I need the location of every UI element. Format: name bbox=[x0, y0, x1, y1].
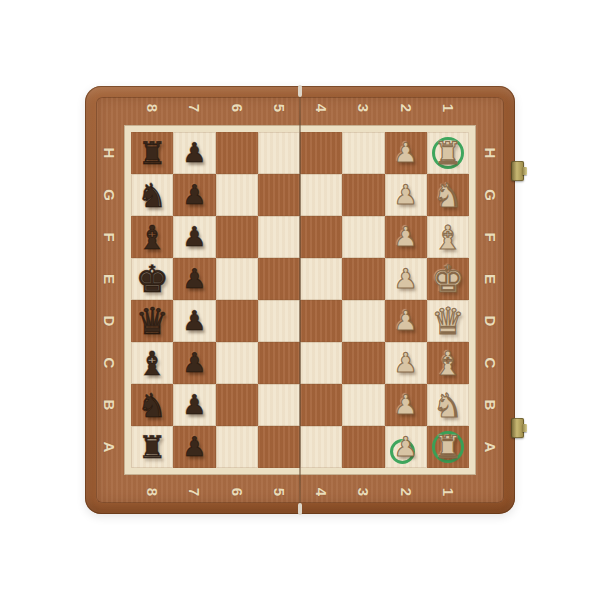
right-label-H: H bbox=[482, 148, 499, 159]
dark-pawn-c7[interactable]: ♟ bbox=[182, 350, 206, 377]
dark-queen-d8[interactable]: ♛ bbox=[136, 303, 169, 340]
square-d8[interactable]: ♛ bbox=[131, 300, 173, 342]
square-h7[interactable]: ♟ bbox=[173, 132, 215, 174]
bottom-label-7: 7 bbox=[186, 488, 203, 496]
bottom-label-6: 6 bbox=[228, 488, 245, 496]
square-e2[interactable]: ♟ bbox=[385, 258, 427, 300]
left-label-B: B bbox=[101, 400, 118, 411]
left-label-E: E bbox=[101, 274, 118, 284]
top-label-8: 8 bbox=[144, 104, 161, 112]
light-knight-b1[interactable]: ♞ bbox=[433, 389, 463, 422]
square-g3[interactable] bbox=[342, 174, 384, 216]
square-b1[interactable]: ♞ bbox=[427, 384, 469, 426]
square-g5[interactable] bbox=[258, 174, 300, 216]
left-label-H: H bbox=[101, 148, 118, 159]
square-a7[interactable]: ♟ bbox=[173, 426, 215, 468]
light-pawn-f2[interactable]: ♟ bbox=[394, 224, 418, 251]
square-g7[interactable]: ♟ bbox=[173, 174, 215, 216]
square-c7[interactable]: ♟ bbox=[173, 342, 215, 384]
light-pawn-c2[interactable]: ♟ bbox=[394, 350, 418, 377]
dark-king-e8[interactable]: ♚ bbox=[136, 261, 169, 298]
square-h5[interactable] bbox=[258, 132, 300, 174]
right-label-C: C bbox=[482, 358, 499, 369]
square-e5[interactable] bbox=[258, 258, 300, 300]
square-f5[interactable] bbox=[258, 216, 300, 258]
brass-clasp-top bbox=[511, 161, 524, 181]
square-c1[interactable]: ♝ bbox=[427, 342, 469, 384]
dark-pawn-f7[interactable]: ♟ bbox=[182, 224, 206, 251]
dark-pawn-e7[interactable]: ♟ bbox=[182, 266, 206, 293]
dark-rook-a8[interactable]: ♜ bbox=[138, 432, 166, 463]
top-label-5: 5 bbox=[270, 104, 287, 112]
photo-stage: ♜♟♟♜♞♟♟♞♝♟♟♝♚♟♟♚♛♟♟♛♝♟♟♝♞♟♟♞♜♟♟♜ 88HH77G… bbox=[0, 0, 600, 600]
light-pawn-a2[interactable]: ♟ bbox=[394, 434, 418, 461]
square-a1[interactable]: ♜ bbox=[427, 426, 469, 468]
square-a5[interactable] bbox=[258, 426, 300, 468]
square-g6[interactable] bbox=[216, 174, 258, 216]
square-h8[interactable]: ♜ bbox=[131, 132, 173, 174]
square-f3[interactable] bbox=[342, 216, 384, 258]
square-b2[interactable]: ♟ bbox=[385, 384, 427, 426]
square-e6[interactable] bbox=[216, 258, 258, 300]
square-h3[interactable] bbox=[342, 132, 384, 174]
square-b6[interactable] bbox=[216, 384, 258, 426]
top-label-6: 6 bbox=[228, 104, 245, 112]
dark-knight-b8[interactable]: ♞ bbox=[137, 389, 167, 422]
square-g4[interactable] bbox=[300, 174, 342, 216]
bottom-label-8: 8 bbox=[144, 488, 161, 496]
top-label-7: 7 bbox=[186, 104, 203, 112]
square-c8[interactable]: ♝ bbox=[131, 342, 173, 384]
square-g2[interactable]: ♟ bbox=[385, 174, 427, 216]
dark-bishop-f8[interactable]: ♝ bbox=[137, 221, 167, 254]
bottom-label-5: 5 bbox=[270, 488, 287, 496]
square-e8[interactable]: ♚ bbox=[131, 258, 173, 300]
square-h1[interactable]: ♜ bbox=[427, 132, 469, 174]
clasp-pin-icon bbox=[522, 424, 527, 432]
square-f7[interactable]: ♟ bbox=[173, 216, 215, 258]
square-a8[interactable]: ♜ bbox=[131, 426, 173, 468]
top-label-1: 1 bbox=[439, 104, 456, 112]
top-label-4: 4 bbox=[313, 104, 330, 112]
light-king-e1[interactable]: ♚ bbox=[431, 261, 464, 298]
square-e4[interactable] bbox=[300, 258, 342, 300]
square-d3[interactable] bbox=[342, 300, 384, 342]
square-b7[interactable]: ♟ bbox=[173, 384, 215, 426]
square-b8[interactable]: ♞ bbox=[131, 384, 173, 426]
square-e7[interactable]: ♟ bbox=[173, 258, 215, 300]
square-a2[interactable]: ♟ bbox=[385, 426, 427, 468]
square-c6[interactable] bbox=[216, 342, 258, 384]
dark-rook-h8[interactable]: ♜ bbox=[138, 138, 166, 169]
dark-knight-g8[interactable]: ♞ bbox=[137, 179, 167, 212]
bottom-label-1: 1 bbox=[439, 488, 456, 496]
bottom-label-3: 3 bbox=[355, 488, 372, 496]
square-c3[interactable] bbox=[342, 342, 384, 384]
brass-clasp-bottom bbox=[511, 418, 524, 438]
square-h4[interactable] bbox=[300, 132, 342, 174]
hinge-notch-bottom bbox=[298, 503, 302, 515]
square-h6[interactable] bbox=[216, 132, 258, 174]
bottom-label-4: 4 bbox=[313, 488, 330, 496]
square-g8[interactable]: ♞ bbox=[131, 174, 173, 216]
square-b3[interactable] bbox=[342, 384, 384, 426]
square-d7[interactable]: ♟ bbox=[173, 300, 215, 342]
dark-pawn-g7[interactable]: ♟ bbox=[182, 182, 206, 209]
light-pawn-d2[interactable]: ♟ bbox=[394, 308, 418, 335]
right-label-B: B bbox=[482, 400, 499, 411]
square-f4[interactable] bbox=[300, 216, 342, 258]
dark-pawn-a7[interactable]: ♟ bbox=[182, 434, 206, 461]
light-pawn-e2[interactable]: ♟ bbox=[394, 266, 418, 293]
left-label-A: A bbox=[101, 442, 118, 453]
left-label-G: G bbox=[101, 189, 118, 201]
square-f1[interactable]: ♝ bbox=[427, 216, 469, 258]
light-bishop-f1[interactable]: ♝ bbox=[433, 221, 463, 254]
square-d4[interactable] bbox=[300, 300, 342, 342]
top-label-2: 2 bbox=[397, 104, 414, 112]
right-label-A: A bbox=[482, 442, 499, 453]
light-queen-d1[interactable]: ♛ bbox=[431, 303, 464, 340]
chess-board: ♜♟♟♜♞♟♟♞♝♟♟♝♚♟♟♚♛♟♟♛♝♟♟♝♞♟♟♞♜♟♟♜ 88HH77G… bbox=[85, 86, 515, 514]
square-f8[interactable]: ♝ bbox=[131, 216, 173, 258]
square-d6[interactable] bbox=[216, 300, 258, 342]
left-label-D: D bbox=[101, 316, 118, 327]
bottom-label-2: 2 bbox=[397, 488, 414, 496]
square-f2[interactable]: ♟ bbox=[385, 216, 427, 258]
top-label-3: 3 bbox=[355, 104, 372, 112]
left-label-F: F bbox=[101, 232, 118, 241]
square-e3[interactable] bbox=[342, 258, 384, 300]
right-label-D: D bbox=[482, 316, 499, 327]
square-a6[interactable] bbox=[216, 426, 258, 468]
square-b5[interactable] bbox=[258, 384, 300, 426]
right-label-F: F bbox=[482, 232, 499, 241]
dark-pawn-d7[interactable]: ♟ bbox=[182, 308, 206, 335]
dark-bishop-c8[interactable]: ♝ bbox=[137, 347, 167, 380]
fold-hinge-seam bbox=[299, 86, 301, 514]
dark-pawn-b7[interactable]: ♟ bbox=[182, 392, 206, 419]
square-d1[interactable]: ♛ bbox=[427, 300, 469, 342]
light-bishop-c1[interactable]: ♝ bbox=[433, 347, 463, 380]
left-label-C: C bbox=[101, 358, 118, 369]
square-g1[interactable]: ♞ bbox=[427, 174, 469, 216]
square-a4[interactable] bbox=[300, 426, 342, 468]
light-pawn-h2[interactable]: ♟ bbox=[394, 140, 418, 167]
square-f6[interactable] bbox=[216, 216, 258, 258]
square-e1[interactable]: ♚ bbox=[427, 258, 469, 300]
clasp-pin-icon bbox=[522, 167, 527, 175]
light-pawn-g2[interactable]: ♟ bbox=[394, 182, 418, 209]
square-c5[interactable] bbox=[258, 342, 300, 384]
right-label-E: E bbox=[482, 274, 499, 284]
light-pawn-b2[interactable]: ♟ bbox=[394, 392, 418, 419]
light-rook-h1[interactable]: ♜ bbox=[434, 138, 462, 169]
square-c4[interactable] bbox=[300, 342, 342, 384]
hinge-notch-top bbox=[298, 85, 302, 97]
dark-pawn-h7[interactable]: ♟ bbox=[182, 140, 206, 167]
square-c2[interactable]: ♟ bbox=[385, 342, 427, 384]
light-knight-g1[interactable]: ♞ bbox=[433, 179, 463, 212]
square-a3[interactable] bbox=[342, 426, 384, 468]
right-label-G: G bbox=[482, 189, 499, 201]
light-rook-a1[interactable]: ♜ bbox=[434, 432, 462, 463]
square-b4[interactable] bbox=[300, 384, 342, 426]
square-d5[interactable] bbox=[258, 300, 300, 342]
square-d2[interactable]: ♟ bbox=[385, 300, 427, 342]
square-h2[interactable]: ♟ bbox=[385, 132, 427, 174]
